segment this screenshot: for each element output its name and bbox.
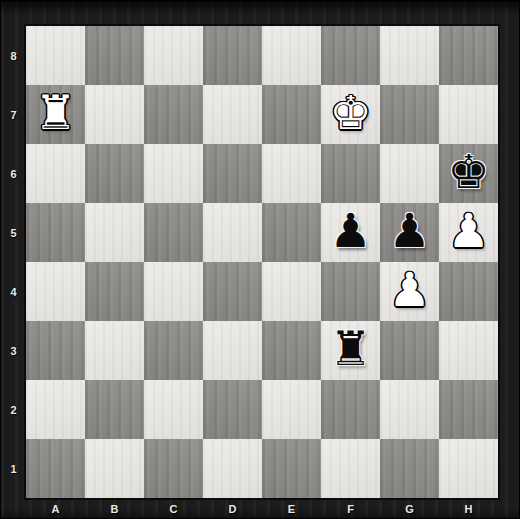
square-b8[interactable] [85,26,144,85]
file-label-b: B [85,498,144,519]
square-d2[interactable] [203,380,262,439]
square-g2[interactable] [380,380,439,439]
square-f3[interactable]: ♜ [321,321,380,380]
rank-label-2: 2 [1,380,26,439]
square-d4[interactable] [203,262,262,321]
square-d1[interactable] [203,439,262,498]
square-c8[interactable] [144,26,203,85]
square-b5[interactable] [85,203,144,262]
square-g3[interactable] [380,321,439,380]
square-e1[interactable] [262,439,321,498]
square-b3[interactable] [85,321,144,380]
file-label-h: H [439,498,498,519]
square-f6[interactable] [321,144,380,203]
square-e4[interactable] [262,262,321,321]
rank-label-3: 3 [1,321,26,380]
file-labels: ABCDEFGH [26,498,498,519]
square-c4[interactable] [144,262,203,321]
square-b7[interactable] [85,85,144,144]
square-h5[interactable]: ♟ [439,203,498,262]
square-c7[interactable] [144,85,203,144]
square-g5[interactable]: ♟ [380,203,439,262]
rank-label-1: 1 [1,439,26,498]
square-d5[interactable] [203,203,262,262]
square-f2[interactable] [321,380,380,439]
piece-black-pawn[interactable]: ♟ [388,207,430,254]
square-e5[interactable] [262,203,321,262]
piece-black-king[interactable]: ♚ [447,148,489,195]
square-h2[interactable] [439,380,498,439]
square-a5[interactable] [26,203,85,262]
square-a6[interactable] [26,144,85,203]
square-g1[interactable] [380,439,439,498]
square-c6[interactable] [144,144,203,203]
file-label-d: D [203,498,262,519]
rank-labels: 87654321 [1,26,26,498]
square-a4[interactable] [26,262,85,321]
square-b1[interactable] [85,439,144,498]
square-a1[interactable] [26,439,85,498]
square-a7[interactable]: ♜ [26,85,85,144]
square-d3[interactable] [203,321,262,380]
square-h1[interactable] [439,439,498,498]
square-e6[interactable] [262,144,321,203]
square-g4[interactable]: ♟ [380,262,439,321]
square-g7[interactable] [380,85,439,144]
square-e7[interactable] [262,85,321,144]
file-label-g: G [380,498,439,519]
square-h6[interactable]: ♚ [439,144,498,203]
square-b2[interactable] [85,380,144,439]
square-c1[interactable] [144,439,203,498]
square-b4[interactable] [85,262,144,321]
square-a2[interactable] [26,380,85,439]
square-f1[interactable] [321,439,380,498]
square-h7[interactable] [439,85,498,144]
piece-white-pawn[interactable]: ♟ [388,266,430,313]
square-h8[interactable] [439,26,498,85]
square-f7[interactable]: ♚ [321,85,380,144]
file-label-e: E [262,498,321,519]
rank-label-5: 5 [1,203,26,262]
square-d6[interactable] [203,144,262,203]
square-e8[interactable] [262,26,321,85]
square-a8[interactable] [26,26,85,85]
file-label-f: F [321,498,380,519]
square-e2[interactable] [262,380,321,439]
file-label-c: C [144,498,203,519]
square-c2[interactable] [144,380,203,439]
piece-black-pawn[interactable]: ♟ [329,207,371,254]
square-f5[interactable]: ♟ [321,203,380,262]
piece-white-rook[interactable]: ♜ [34,89,76,136]
square-f4[interactable] [321,262,380,321]
rank-label-4: 4 [1,262,26,321]
piece-black-rook[interactable]: ♜ [329,325,371,372]
chess-board: ♜♚♚♟♟♟♟♜ [26,26,498,498]
square-d7[interactable] [203,85,262,144]
square-g8[interactable] [380,26,439,85]
square-c3[interactable] [144,321,203,380]
square-c5[interactable] [144,203,203,262]
square-h4[interactable] [439,262,498,321]
square-a3[interactable] [26,321,85,380]
piece-white-king[interactable]: ♚ [329,89,371,136]
square-e3[interactable] [262,321,321,380]
rank-label-6: 6 [1,144,26,203]
square-b6[interactable] [85,144,144,203]
rank-label-8: 8 [1,26,26,85]
square-f8[interactable] [321,26,380,85]
file-label-a: A [26,498,85,519]
square-d8[interactable] [203,26,262,85]
rank-label-7: 7 [1,85,26,144]
square-g6[interactable] [380,144,439,203]
square-h3[interactable] [439,321,498,380]
chess-diagram: 87654321 ABCDEFGH ♜♚♚♟♟♟♟♜ [0,0,520,519]
piece-white-pawn[interactable]: ♟ [447,207,489,254]
